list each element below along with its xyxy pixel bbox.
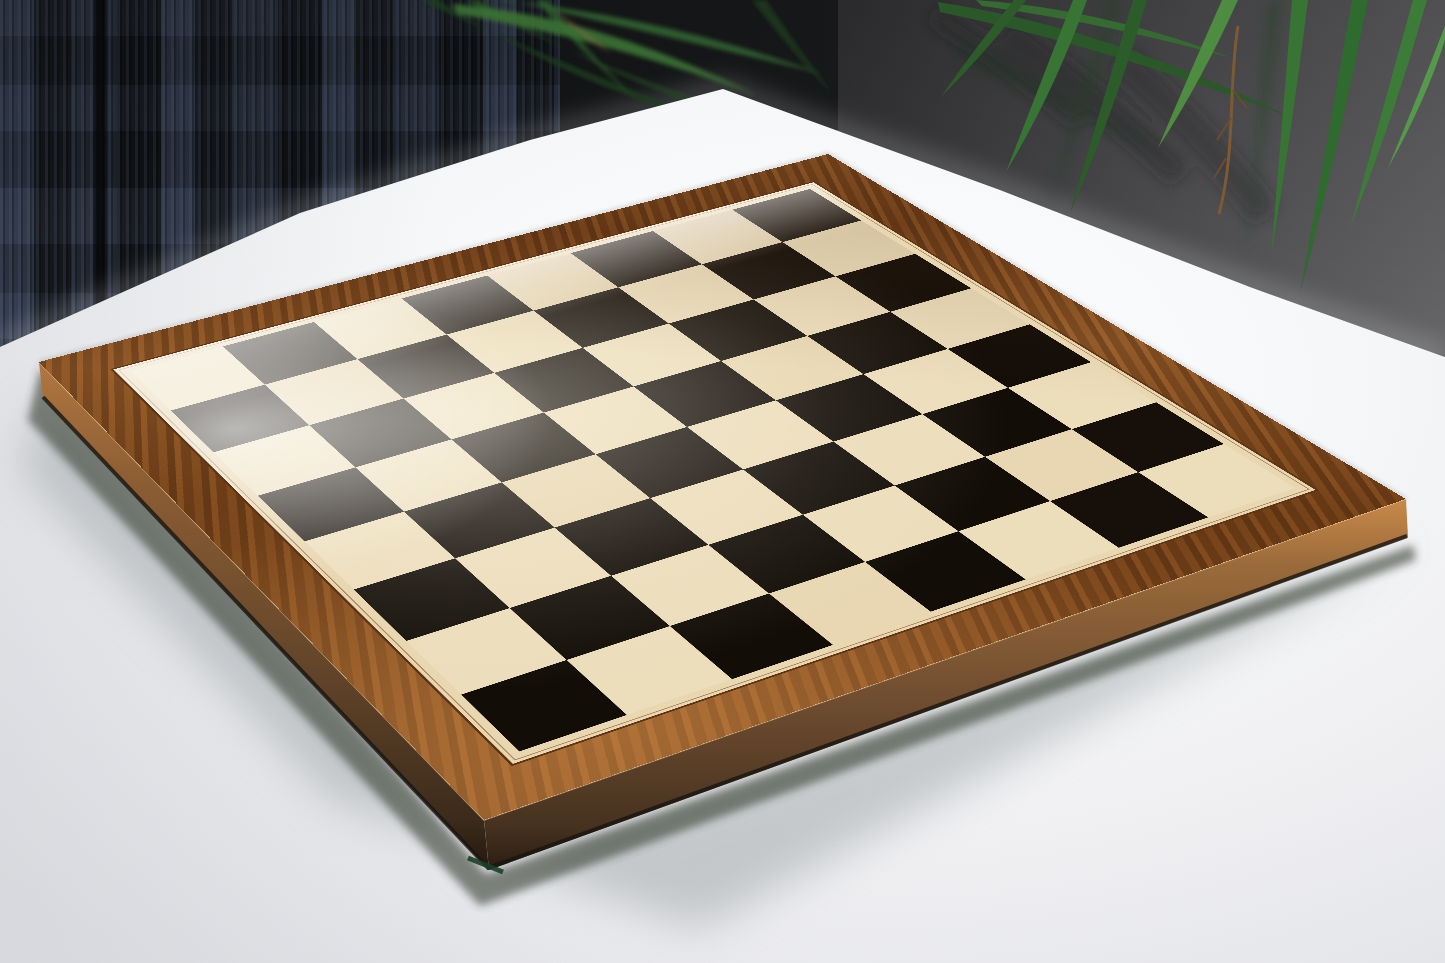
scene: [0, 0, 1445, 963]
